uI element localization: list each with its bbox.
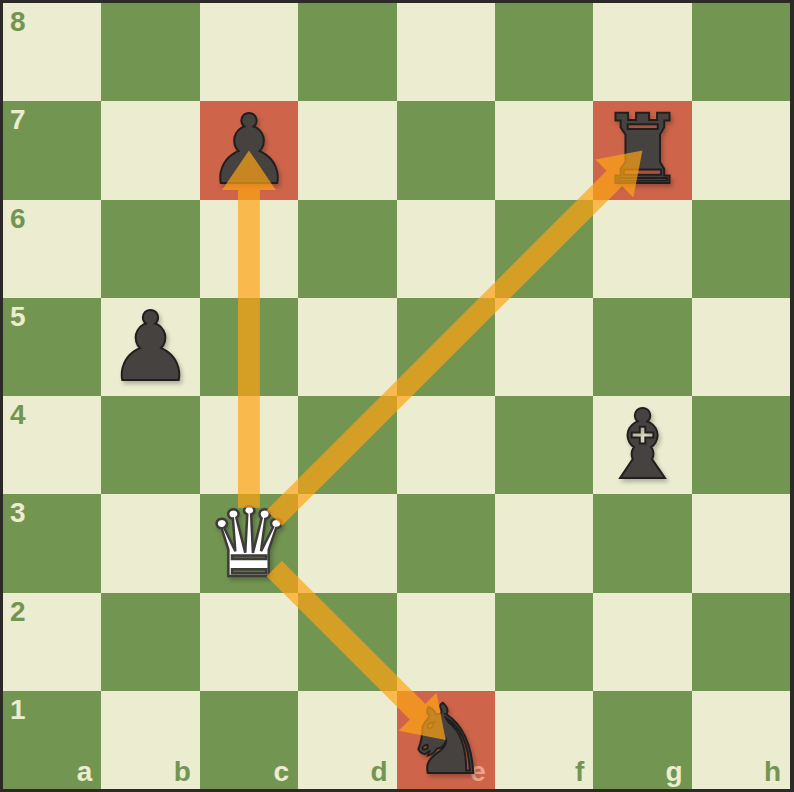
square-b3[interactable] [101,494,199,592]
file-label-c: c [274,757,290,788]
piece-black-knight-e1[interactable]: ♞ [397,691,495,789]
square-e4[interactable] [397,396,495,494]
square-g2[interactable] [593,593,691,691]
square-e3[interactable] [397,494,495,592]
file-label-b: b [174,757,191,788]
square-a1[interactable]: 1a [3,691,101,789]
rank-label-4: 4 [10,401,26,429]
file-label-f: f [575,757,584,788]
square-a6[interactable]: 6 [3,200,101,298]
square-a4[interactable]: 4 [3,396,101,494]
rank-label-3: 3 [10,499,26,527]
square-b6[interactable] [101,200,199,298]
square-g1[interactable]: g [593,691,691,789]
rank-label-7: 7 [10,106,26,134]
square-c4[interactable] [200,396,298,494]
piece-black-pawn-b5[interactable]: ♟ [101,298,199,396]
square-h1[interactable]: h [692,691,790,789]
square-c2[interactable] [200,593,298,691]
square-g6[interactable] [593,200,691,298]
square-f6[interactable] [495,200,593,298]
rank-label-1: 1 [10,696,26,724]
square-f5[interactable] [495,298,593,396]
square-f4[interactable] [495,396,593,494]
square-c6[interactable] [200,200,298,298]
rank-label-5: 5 [10,303,26,331]
piece-black-rook-g7[interactable]: ♜ [593,101,691,199]
file-label-h: h [764,757,781,788]
square-e6[interactable] [397,200,495,298]
square-a7[interactable]: 7 [3,101,101,199]
square-h4[interactable] [692,396,790,494]
piece-black-pawn-c7[interactable]: ♟ [200,101,298,199]
square-d7[interactable] [298,101,396,199]
rank-label-2: 2 [10,598,26,626]
square-h5[interactable] [692,298,790,396]
square-e8[interactable] [397,3,495,101]
file-label-g: g [666,757,683,788]
square-d4[interactable] [298,396,396,494]
square-f7[interactable] [495,101,593,199]
square-c8[interactable] [200,3,298,101]
square-f3[interactable] [495,494,593,592]
square-h3[interactable] [692,494,790,592]
square-c1[interactable]: c [200,691,298,789]
square-a8[interactable]: 8 [3,3,101,101]
square-b7[interactable] [101,101,199,199]
square-d5[interactable] [298,298,396,396]
square-g8[interactable] [593,3,691,101]
square-e7[interactable] [397,101,495,199]
square-h8[interactable] [692,3,790,101]
square-b1[interactable]: b [101,691,199,789]
square-a5[interactable]: 5 [3,298,101,396]
square-f2[interactable] [495,593,593,691]
square-d8[interactable] [298,3,396,101]
square-e2[interactable] [397,593,495,691]
square-a2[interactable]: 2 [3,593,101,691]
square-e5[interactable] [397,298,495,396]
square-h7[interactable] [692,101,790,199]
square-g5[interactable] [593,298,691,396]
square-h6[interactable] [692,200,790,298]
piece-white-queen-c3[interactable]: ♛ [200,494,298,592]
square-f8[interactable] [495,3,593,101]
file-label-a: a [77,757,93,788]
square-b2[interactable] [101,593,199,691]
square-b4[interactable] [101,396,199,494]
file-label-d: d [370,757,387,788]
rank-label-6: 6 [10,205,26,233]
square-f1[interactable]: f [495,691,593,789]
square-d1[interactable]: d [298,691,396,789]
square-a3[interactable]: 3 [3,494,101,592]
square-b8[interactable] [101,3,199,101]
square-d2[interactable] [298,593,396,691]
rank-label-8: 8 [10,8,26,36]
square-h2[interactable] [692,593,790,691]
square-g3[interactable] [593,494,691,592]
square-d3[interactable] [298,494,396,592]
square-d6[interactable] [298,200,396,298]
square-c5[interactable] [200,298,298,396]
chess-board-app: 87654321abcdefgh ♟♜♟♝♛♞ [0,0,794,792]
piece-black-bishop-g4[interactable]: ♝ [593,396,691,494]
